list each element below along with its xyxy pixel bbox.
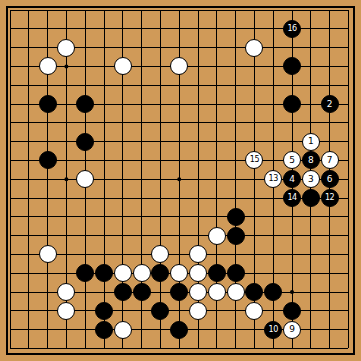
black-stone: 16	[283, 20, 301, 38]
black-stone: 12	[321, 189, 339, 207]
move-number-label: 14	[287, 194, 296, 202]
black-stone	[283, 302, 301, 320]
white-stone	[189, 283, 207, 301]
white-stone	[189, 302, 207, 320]
black-stone	[76, 133, 94, 151]
white-stone: 7	[321, 151, 339, 169]
white-stone: 9	[283, 321, 301, 339]
white-stone	[57, 39, 75, 57]
move-number-label: 5	[289, 156, 295, 165]
black-stone	[133, 283, 151, 301]
move-number-label: 16	[287, 25, 296, 33]
black-stone	[39, 95, 57, 113]
move-number-label: 2	[327, 100, 333, 109]
move-number-label: 1	[308, 137, 314, 146]
move-number-label: 12	[325, 194, 334, 202]
go-board-diagram: 162115587134361412109	[0, 0, 361, 361]
black-stone	[208, 264, 226, 282]
black-stone: 10	[264, 321, 282, 339]
move-number-label: 8	[308, 156, 314, 165]
black-stone	[302, 189, 320, 207]
move-number-label: 15	[250, 156, 259, 164]
move-number-label: 7	[327, 156, 333, 165]
white-stone	[39, 245, 57, 263]
black-stone	[95, 302, 113, 320]
move-number-label: 10	[269, 326, 278, 334]
white-stone	[114, 264, 132, 282]
black-stone	[227, 227, 245, 245]
white-stone	[227, 283, 245, 301]
black-stone	[283, 95, 301, 113]
move-number-label: 4	[289, 175, 295, 184]
white-stone	[133, 264, 151, 282]
black-stone: 2	[321, 95, 339, 113]
white-stone: 3	[302, 170, 320, 188]
move-number-label: 9	[289, 325, 295, 334]
white-stone	[39, 57, 57, 75]
white-stone	[208, 283, 226, 301]
black-stone	[170, 321, 188, 339]
black-stone	[227, 208, 245, 226]
move-number-label: 13	[269, 175, 278, 183]
black-stone	[39, 151, 57, 169]
black-stone	[227, 264, 245, 282]
black-stone	[95, 321, 113, 339]
black-stone	[114, 283, 132, 301]
white-stone	[208, 227, 226, 245]
white-stone	[245, 39, 263, 57]
black-stone: 6	[321, 170, 339, 188]
white-stone	[114, 321, 132, 339]
move-number-label: 6	[327, 175, 333, 184]
black-stone: 14	[283, 189, 301, 207]
move-number-label: 3	[308, 175, 314, 184]
white-stone: 1	[302, 133, 320, 151]
